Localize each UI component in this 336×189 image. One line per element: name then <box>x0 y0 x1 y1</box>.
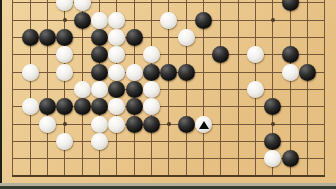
go-board[interactable] <box>0 0 336 189</box>
black-stone-6-11 <box>91 29 108 46</box>
white-stone-7-11 <box>108 29 125 46</box>
black-stone-16-17 <box>264 133 281 150</box>
black-stone-4-15 <box>56 98 73 115</box>
black-stone-17-18 <box>282 150 299 167</box>
left-edge-strip <box>0 0 2 189</box>
black-stone-3-15 <box>39 98 56 115</box>
white-stone-6-14 <box>91 81 108 98</box>
white-stone-15-12 <box>247 46 264 63</box>
go-app-screenshot <box>0 0 336 189</box>
white-stone-10-10 <box>160 12 177 29</box>
white-stone-11-11 <box>178 29 195 46</box>
star-point-4-10 <box>63 18 67 22</box>
black-stone-8-15 <box>126 98 143 115</box>
white-stone-7-10 <box>108 12 125 29</box>
grid-line-row-14 <box>12 89 325 90</box>
white-stone-4-9 <box>56 0 73 11</box>
white-stone-5-9 <box>74 0 91 11</box>
black-stone-6-12 <box>91 46 108 63</box>
black-stone-8-11 <box>126 29 143 46</box>
white-stone-7-13 <box>108 64 125 81</box>
star-point-10-16 <box>167 122 171 126</box>
white-stone-6-10 <box>91 12 108 29</box>
black-stone-17-12 <box>282 46 299 63</box>
black-stone-11-16 <box>178 116 195 133</box>
black-stone-6-13 <box>91 64 108 81</box>
white-stone-9-12 <box>143 46 160 63</box>
black-stone-12-10 <box>195 12 212 29</box>
white-stone-9-14 <box>143 81 160 98</box>
last-move-triangle-marker <box>199 121 209 129</box>
black-stone-10-13 <box>160 64 177 81</box>
black-stone-7-14 <box>108 81 125 98</box>
white-stone-2-13 <box>22 64 39 81</box>
black-stone-8-16 <box>126 116 143 133</box>
white-stone-3-16 <box>39 116 56 133</box>
white-stone-9-15 <box>143 98 160 115</box>
black-stone-6-15 <box>91 98 108 115</box>
bottom-dark-strip <box>0 186 336 189</box>
star-point-16-10 <box>271 18 275 22</box>
grid-line-row-19 <box>12 175 325 177</box>
black-stone-5-10 <box>74 12 91 29</box>
black-stone-4-11 <box>56 29 73 46</box>
black-stone-11-13 <box>178 64 195 81</box>
white-stone-4-17 <box>56 133 73 150</box>
black-stone-16-15 <box>264 98 281 115</box>
white-stone-16-18 <box>264 150 281 167</box>
black-stone-3-11 <box>39 29 56 46</box>
white-stone-6-16 <box>91 116 108 133</box>
white-stone-4-13 <box>56 64 73 81</box>
white-stone-15-14 <box>247 81 264 98</box>
white-stone-7-15 <box>108 98 125 115</box>
star-point-16-16 <box>271 122 275 126</box>
black-stone-13-12 <box>212 46 229 63</box>
black-stone-9-16 <box>143 116 160 133</box>
star-point-4-16 <box>63 122 67 126</box>
white-stone-8-13 <box>126 64 143 81</box>
black-stone-8-14 <box>126 81 143 98</box>
white-stone-2-15 <box>22 98 39 115</box>
black-stone-17-9 <box>282 0 299 11</box>
white-stone-4-12 <box>56 46 73 63</box>
white-stone-7-16 <box>108 116 125 133</box>
white-stone-7-12 <box>108 46 125 63</box>
black-stone-18-13 <box>299 64 316 81</box>
white-stone-6-17 <box>91 133 108 150</box>
white-stone-17-13 <box>282 64 299 81</box>
black-stone-9-13 <box>143 64 160 81</box>
white-stone-5-14 <box>74 81 91 98</box>
black-stone-5-15 <box>74 98 91 115</box>
black-stone-2-11 <box>22 29 39 46</box>
white-stone-12-16 <box>195 116 212 133</box>
